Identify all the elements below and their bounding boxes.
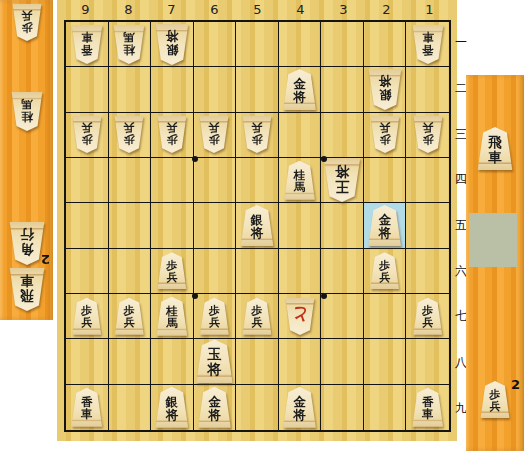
square-4-9[interactable]: 金将 (279, 385, 322, 430)
koma-face: 香車 (71, 388, 103, 427)
square-5-2[interactable] (236, 67, 279, 112)
square-2-7[interactable] (364, 294, 407, 339)
shogi-board: 香車桂馬銀将香車金将銀将歩兵歩兵歩兵歩兵歩兵歩兵歩兵桂馬王将銀将金将歩兵歩兵歩兵… (64, 20, 451, 432)
hand-count: 2 (41, 252, 50, 267)
square-3-3[interactable] (321, 113, 364, 158)
koma-face: 角行 (9, 222, 45, 265)
file-label-9: 9 (64, 1, 107, 19)
koma-face: と (285, 298, 315, 335)
square-4-1[interactable] (279, 22, 322, 67)
koma-sente-pawn[interactable]: 歩兵 (157, 252, 187, 289)
square-7-1[interactable]: 銀将 (151, 22, 194, 67)
square-8-3[interactable]: 歩兵 (109, 113, 152, 158)
koma-face: 金将 (368, 205, 402, 246)
koma-face: 歩兵 (199, 298, 229, 335)
file-label-7: 7 (150, 1, 193, 19)
square-3-9[interactable] (321, 385, 364, 430)
koma-gote-silver[interactable]: 銀将 (155, 24, 189, 65)
koma-face: 香車 (71, 25, 103, 64)
koma-face: 香車 (412, 25, 444, 64)
koma-face: 桂馬 (113, 25, 145, 64)
koma-sente-knight[interactable]: 桂馬 (284, 161, 316, 200)
square-4-8[interactable] (279, 339, 322, 384)
koma-face: 歩兵 (114, 298, 144, 335)
koma-face: 金将 (283, 69, 317, 110)
square-6-1[interactable] (194, 22, 237, 67)
koma-sente-lance[interactable]: 香車 (412, 388, 444, 427)
square-3-4[interactable]: 王将 (321, 158, 364, 203)
koma-sente-king[interactable]: 玉将 (195, 339, 233, 383)
koma-face: 桂馬 (156, 297, 188, 336)
hoshi-dot (321, 293, 327, 299)
square-8-7[interactable]: 歩兵 (109, 294, 152, 339)
square-3-7[interactable] (321, 294, 364, 339)
file-label-4: 4 (279, 1, 322, 19)
square-2-1[interactable] (364, 22, 407, 67)
koma-face: 銀将 (368, 69, 402, 110)
square-4-2[interactable]: 金将 (279, 67, 322, 112)
square-4-6[interactable] (279, 249, 322, 294)
square-2-4[interactable] (364, 158, 407, 203)
koma-face: 歩兵 (242, 116, 272, 153)
koma-face: 歩兵 (370, 252, 400, 289)
square-7-7[interactable]: 桂馬 (151, 294, 194, 339)
square-2-3[interactable]: 歩兵 (364, 113, 407, 158)
square-5-6[interactable] (236, 249, 279, 294)
koma-gote-rook[interactable]: 飛車 (9, 268, 45, 311)
square-9-3[interactable]: 歩兵 (66, 113, 109, 158)
square-6-9[interactable]: 金将 (194, 385, 237, 430)
square-3-2[interactable] (321, 67, 364, 112)
koma-gote-knight[interactable]: 桂馬 (11, 92, 43, 131)
square-8-1[interactable]: 桂馬 (109, 22, 152, 67)
hand-sente-rook[interactable]: 飛車 (466, 127, 524, 170)
koma-face: 歩兵 (72, 298, 102, 335)
square-5-1[interactable] (236, 22, 279, 67)
square-7-3[interactable]: 歩兵 (151, 113, 194, 158)
square-5-7[interactable]: 歩兵 (236, 294, 279, 339)
koma-face: 飛車 (9, 268, 45, 311)
square-3-6[interactable] (321, 249, 364, 294)
koma-sente-pawn[interactable]: 歩兵 (413, 298, 443, 335)
square-7-4[interactable] (151, 158, 194, 203)
koma-face: 歩兵 (157, 252, 187, 289)
square-1-6[interactable] (406, 249, 449, 294)
koma-sente-gold[interactable]: 金将 (368, 205, 402, 246)
square-2-5[interactable]: 金将 (364, 203, 407, 248)
koma-face: 歩兵 (12, 4, 42, 41)
koma-gote-pawn[interactable]: 歩兵 (157, 116, 187, 153)
koma-sente-knight[interactable]: 桂馬 (156, 297, 188, 336)
file-label-8: 8 (107, 1, 150, 19)
koma-face: 歩兵 (480, 381, 510, 418)
square-8-8[interactable] (109, 339, 152, 384)
square-6-5[interactable] (194, 203, 237, 248)
koma-face: 金将 (197, 387, 231, 428)
koma-sente-pawn[interactable]: 歩兵 (242, 298, 272, 335)
square-3-5[interactable] (321, 203, 364, 248)
koma-gote-silver[interactable]: 銀将 (368, 69, 402, 110)
square-5-8[interactable] (236, 339, 279, 384)
koma-gote-pawn[interactable]: 歩兵 (12, 4, 42, 41)
koma-face: 銀将 (155, 24, 189, 65)
hand-gote-rook[interactable]: 飛車 (0, 268, 53, 311)
hoshi-dot (192, 156, 198, 162)
koma-face: 銀将 (240, 205, 274, 246)
square-1-4[interactable] (406, 158, 449, 203)
square-6-8[interactable]: 玉将 (194, 339, 237, 384)
koma-gote-knight[interactable]: 桂馬 (113, 25, 145, 64)
file-coordinate-labels: 987654321 (64, 1, 451, 19)
koma-face: 歩兵 (413, 298, 443, 335)
gote-hand-tray: 歩兵桂馬角行2飛車 (0, 0, 53, 320)
koma-sente-gold[interactable]: 金将 (283, 69, 317, 110)
hand-slot-empty[interactable] (469, 213, 517, 267)
square-5-3[interactable]: 歩兵 (236, 113, 279, 158)
square-8-2[interactable] (109, 67, 152, 112)
koma-face: 王将 (323, 158, 361, 202)
koma-face: 歩兵 (370, 116, 400, 153)
square-4-5[interactable] (279, 203, 322, 248)
koma-gote-tokin[interactable]: と (285, 298, 315, 335)
square-7-6[interactable]: 歩兵 (151, 249, 194, 294)
square-1-7[interactable]: 歩兵 (406, 294, 449, 339)
file-label-3: 3 (322, 1, 365, 19)
square-7-8[interactable] (151, 339, 194, 384)
koma-face: 歩兵 (413, 116, 443, 153)
shogi-app: 歩兵桂馬角行2飛車 987654321 香車桂馬銀将香車金将銀将歩兵歩兵歩兵歩兵… (0, 0, 524, 451)
koma-face: 銀将 (155, 387, 189, 428)
koma-face: 歩兵 (114, 116, 144, 153)
koma-sente-gold[interactable]: 金将 (197, 387, 231, 428)
square-5-4[interactable] (236, 158, 279, 203)
square-9-4[interactable] (66, 158, 109, 203)
koma-sente-pawn[interactable]: 歩兵 (114, 298, 144, 335)
koma-gote-lance[interactable]: 香車 (412, 25, 444, 64)
koma-gote-pawn[interactable]: 歩兵 (242, 116, 272, 153)
square-1-3[interactable]: 歩兵 (406, 113, 449, 158)
hoshi-dot (321, 156, 327, 162)
square-8-5[interactable] (109, 203, 152, 248)
square-9-9[interactable]: 香車 (66, 385, 109, 430)
hand-gote-bishop[interactable]: 角行2 (0, 222, 53, 265)
square-2-8[interactable] (364, 339, 407, 384)
koma-sente-silver[interactable]: 銀将 (155, 387, 189, 428)
square-9-2[interactable] (66, 67, 109, 112)
square-7-5[interactable] (151, 203, 194, 248)
koma-face: 歩兵 (199, 116, 229, 153)
square-4-3[interactable] (279, 113, 322, 158)
koma-sente-silver[interactable]: 銀将 (240, 205, 274, 246)
square-8-4[interactable] (109, 158, 152, 203)
square-1-9[interactable]: 香車 (406, 385, 449, 430)
square-7-2[interactable] (151, 67, 194, 112)
square-5-9[interactable] (236, 385, 279, 430)
square-8-6[interactable] (109, 249, 152, 294)
koma-sente-pawn[interactable]: 歩兵 (72, 298, 102, 335)
square-6-6[interactable] (194, 249, 237, 294)
square-9-5[interactable] (66, 203, 109, 248)
koma-face: 玉将 (195, 339, 233, 383)
square-1-8[interactable] (406, 339, 449, 384)
file-label-2: 2 (365, 1, 408, 19)
file-label-1: 1 (408, 1, 451, 19)
square-6-2[interactable] (194, 67, 237, 112)
koma-gote-pawn[interactable]: 歩兵 (370, 116, 400, 153)
koma-face: 桂馬 (11, 92, 43, 131)
square-7-9[interactable]: 銀将 (151, 385, 194, 430)
hand-sente-pawn[interactable]: 歩兵2 (466, 381, 524, 418)
koma-sente-rook[interactable]: 飛車 (477, 127, 513, 170)
hand-gote-pawn[interactable]: 歩兵 (0, 4, 53, 41)
square-2-9[interactable] (364, 385, 407, 430)
koma-gote-pawn[interactable]: 歩兵 (199, 116, 229, 153)
square-2-6[interactable]: 歩兵 (364, 249, 407, 294)
koma-gote-pawn[interactable]: 歩兵 (114, 116, 144, 153)
square-9-7[interactable]: 歩兵 (66, 294, 109, 339)
square-4-7[interactable]: と (279, 294, 322, 339)
hand-gote-knight[interactable]: 桂馬 (0, 92, 53, 131)
koma-sente-gold[interactable]: 金将 (283, 387, 317, 428)
koma-gote-lance[interactable]: 香車 (71, 25, 103, 64)
koma-gote-bishop[interactable]: 角行 (9, 222, 45, 265)
board-area: 987654321 香車桂馬銀将香車金将銀将歩兵歩兵歩兵歩兵歩兵歩兵歩兵桂馬王将… (57, 0, 457, 441)
square-4-4[interactable]: 桂馬 (279, 158, 322, 203)
square-1-5[interactable] (406, 203, 449, 248)
koma-gote-pawn[interactable]: 歩兵 (72, 116, 102, 153)
koma-face: 飛車 (477, 127, 513, 170)
sente-hand-tray: 飛車歩兵2 (466, 75, 524, 451)
koma-gote-pawn[interactable]: 歩兵 (413, 116, 443, 153)
file-label-6: 6 (193, 1, 236, 19)
hand-count: 2 (511, 377, 520, 392)
square-1-1[interactable]: 香車 (406, 22, 449, 67)
koma-face: 歩兵 (242, 298, 272, 335)
koma-sente-lance[interactable]: 香車 (71, 388, 103, 427)
square-9-6[interactable] (66, 249, 109, 294)
square-6-4[interactable] (194, 158, 237, 203)
rank-label-1: 一 (452, 20, 470, 66)
square-5-5[interactable]: 銀将 (236, 203, 279, 248)
square-8-9[interactable] (109, 385, 152, 430)
koma-face: 香車 (412, 388, 444, 427)
koma-face: 歩兵 (72, 116, 102, 153)
square-6-3[interactable]: 歩兵 (194, 113, 237, 158)
square-3-8[interactable] (321, 339, 364, 384)
koma-sente-pawn[interactable]: 歩兵 (480, 381, 510, 418)
koma-sente-pawn[interactable]: 歩兵 (370, 252, 400, 289)
koma-face: 桂馬 (284, 161, 316, 200)
square-6-7[interactable]: 歩兵 (194, 294, 237, 339)
koma-face: 金将 (283, 387, 317, 428)
square-1-2[interactable] (406, 67, 449, 112)
square-2-2[interactable]: 銀将 (364, 67, 407, 112)
koma-face: 歩兵 (157, 116, 187, 153)
square-9-1[interactable]: 香車 (66, 22, 109, 67)
square-3-1[interactable] (321, 22, 364, 67)
square-9-8[interactable] (66, 339, 109, 384)
hoshi-dot (192, 293, 198, 299)
koma-sente-pawn[interactable]: 歩兵 (199, 298, 229, 335)
file-label-5: 5 (236, 1, 279, 19)
koma-gote-king[interactable]: 王将 (323, 158, 361, 202)
